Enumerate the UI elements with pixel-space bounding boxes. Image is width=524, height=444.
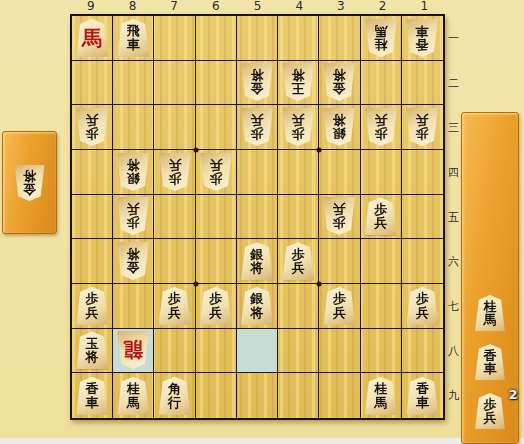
piece-kanji: 香 (416, 382, 429, 396)
piece-kanji: 銀 (333, 127, 346, 141)
shogi-piece[interactable]: 歩兵 (158, 287, 191, 325)
piece-kanji: 歩 (209, 292, 222, 306)
shogi-piece[interactable]: 歩兵 (406, 287, 439, 325)
board-square[interactable]: 歩兵 (113, 195, 154, 240)
piece-kanji: 金 (250, 82, 263, 96)
board-square[interactable]: 銀将 (237, 239, 278, 284)
board-square[interactable]: 金将 (319, 61, 360, 106)
piece-kanji: 将 (127, 248, 140, 262)
piece-kanji: 兵 (250, 114, 263, 128)
board-square[interactable] (196, 195, 237, 240)
shogi-piece[interactable]: 歩兵 (475, 393, 506, 429)
board-square[interactable] (278, 16, 319, 61)
gote-captured-tray: 金将 (2, 131, 57, 234)
file-label: 3 (320, 0, 362, 14)
board-square[interactable] (154, 16, 195, 61)
piece-kanji: 歩 (292, 248, 305, 262)
board-square[interactable]: 龍 (113, 329, 154, 374)
piece-kanji: 兵 (374, 114, 387, 128)
board-square[interactable] (278, 329, 319, 374)
piece-kanji: 歩 (333, 216, 346, 230)
board-square[interactable] (154, 195, 195, 240)
shogi-piece[interactable]: 金将 (323, 63, 356, 101)
shogi-piece[interactable]: 銀将 (323, 108, 356, 146)
board-square[interactable] (402, 150, 443, 195)
board-square[interactable] (402, 61, 443, 106)
board-square[interactable] (72, 239, 113, 284)
board-square[interactable]: 歩兵 (196, 150, 237, 195)
piece-kanji: 金 (23, 183, 36, 197)
board-square[interactable] (154, 105, 195, 150)
board-square[interactable] (278, 284, 319, 329)
shogi-piece[interactable]: 歩兵 (199, 153, 232, 191)
board-square[interactable] (402, 239, 443, 284)
piece-kanji: 兵 (168, 158, 181, 172)
piece-kanji: 兵 (209, 158, 222, 172)
captured-piece-slot[interactable]: 金将 (14, 165, 45, 201)
file-label: 2 (362, 0, 404, 14)
piece-kanji: 歩 (416, 292, 429, 306)
piece-kanji: 兵 (416, 114, 429, 128)
board-square[interactable] (72, 150, 113, 195)
rank-label: 一 (445, 16, 462, 61)
board-square[interactable] (361, 61, 402, 106)
board-square[interactable] (361, 239, 402, 284)
file-labels: 987654321 (70, 0, 445, 14)
rank-label: 二 (445, 61, 462, 106)
file-label: 7 (153, 0, 195, 14)
board-square[interactable] (72, 195, 113, 240)
board-square[interactable] (361, 150, 402, 195)
board-square[interactable] (402, 329, 443, 374)
piece-kanji: 馬 (484, 313, 497, 327)
board-square[interactable]: 歩兵 (278, 239, 319, 284)
shogi-piece[interactable]: 香車 (475, 344, 506, 380)
sente-captured-tray: 桂馬香車歩兵2 (461, 112, 519, 444)
board-square[interactable] (113, 105, 154, 150)
piece-kanji: 兵 (86, 306, 99, 320)
board-square[interactable]: 香車 (72, 373, 113, 418)
piece-kanji: 飛 (127, 24, 140, 38)
shogi-piece[interactable]: 金将 (240, 63, 273, 101)
piece-kanji: 桂 (374, 38, 387, 52)
board-square[interactable]: 馬 (72, 16, 113, 61)
board-square[interactable] (196, 16, 237, 61)
shogi-piece[interactable]: 歩兵 (76, 287, 109, 325)
piece-kanji: 車 (484, 362, 497, 376)
piece-kanji: 将 (333, 114, 346, 128)
shogi-piece[interactable]: 歩兵 (364, 197, 397, 235)
shogi-piece[interactable]: 馬 (76, 19, 109, 57)
file-label: 4 (278, 0, 320, 14)
shogi-piece[interactable]: 銀将 (117, 153, 150, 191)
piece-kanji: 将 (23, 169, 36, 183)
board-square[interactable] (278, 373, 319, 418)
board-square[interactable]: 歩兵 (72, 105, 113, 150)
file-label: 5 (237, 0, 279, 14)
board-square[interactable]: 桂馬 (361, 373, 402, 418)
board-square[interactable]: 歩兵 (319, 195, 360, 240)
shogi-piece[interactable]: 銀将 (240, 242, 273, 280)
board-square[interactable]: 歩兵 (196, 284, 237, 329)
piece-kanji: 兵 (86, 114, 99, 128)
shogi-piece[interactable]: 桂馬 (364, 19, 397, 57)
piece-kanji: 王 (292, 82, 305, 96)
shogi-piece[interactable]: 歩兵 (323, 197, 356, 235)
piece-kanji: 将 (292, 69, 305, 83)
star-point (317, 147, 322, 152)
piece-kanji: 銀 (127, 172, 140, 186)
shogi-piece[interactable]: 歩兵 (406, 108, 439, 146)
piece-kanji: 馬 (374, 24, 387, 38)
board-square[interactable] (237, 195, 278, 240)
board-square[interactable] (319, 16, 360, 61)
board-square[interactable]: 飛車 (113, 16, 154, 61)
piece-kanji: 行 (168, 396, 181, 410)
shogi-piece[interactable]: 角行 (158, 377, 191, 415)
board-square[interactable] (237, 16, 278, 61)
captured-count-badge: 2 (508, 387, 517, 402)
piece-kanji: 兵 (484, 411, 497, 425)
piece-kanji: 銀 (250, 248, 263, 262)
piece-kanji: 兵 (292, 261, 305, 275)
piece-kanji: 兵 (374, 216, 387, 230)
shogi-piece[interactable]: 金将 (117, 242, 150, 280)
star-point (193, 282, 198, 287)
shogi-piece[interactable]: 桂馬 (364, 377, 397, 415)
shogi-piece[interactable]: 歩兵 (282, 242, 315, 280)
piece-kanji: 将 (127, 158, 140, 172)
board-square[interactable] (154, 61, 195, 106)
piece-kanji: 馬 (82, 27, 102, 49)
piece-kanji: 兵 (292, 114, 305, 128)
board-square[interactable]: 銀将 (237, 284, 278, 329)
piece-kanji: 車 (416, 24, 429, 38)
piece-kanji: 金 (333, 82, 346, 96)
board-square[interactable] (361, 284, 402, 329)
star-point (317, 282, 322, 287)
shogi-piece[interactable]: 歩兵 (323, 287, 356, 325)
board-square[interactable]: 王将 (278, 61, 319, 106)
piece-kanji: 歩 (209, 172, 222, 186)
shogi-piece[interactable]: 龍 (117, 331, 150, 369)
rank-label: 九 (445, 373, 462, 418)
board-square[interactable]: 歩兵 (361, 195, 402, 240)
shogi-piece[interactable]: 歩兵 (364, 108, 397, 146)
piece-kanji: 香 (86, 382, 99, 396)
board-square[interactable]: 桂馬 (361, 16, 402, 61)
rank-label: 四 (445, 150, 462, 195)
board-square[interactable] (319, 150, 360, 195)
board-square[interactable] (319, 239, 360, 284)
board-square[interactable] (278, 150, 319, 195)
piece-kanji: 歩 (484, 398, 497, 412)
board-square[interactable]: 歩兵 (319, 284, 360, 329)
piece-kanji: 香 (484, 349, 497, 363)
board-square[interactable]: 金将 (113, 239, 154, 284)
shogi-piece[interactable]: 香車 (406, 19, 439, 57)
board-square[interactable]: 歩兵 (154, 150, 195, 195)
piece-kanji: 桂 (374, 382, 387, 396)
shogi-piece[interactable]: 香車 (76, 377, 109, 415)
board-square[interactable] (196, 329, 237, 374)
piece-kanji: 将 (250, 261, 263, 275)
shogi-piece[interactable]: 香車 (406, 377, 439, 415)
piece-kanji: 歩 (168, 172, 181, 186)
piece-kanji: 香 (416, 38, 429, 52)
piece-kanji: 玉 (86, 337, 99, 351)
shogi-piece[interactable]: 銀将 (240, 287, 273, 325)
piece-kanji: 車 (416, 396, 429, 410)
shogi-piece[interactable]: 王将 (282, 63, 315, 101)
board-square[interactable] (237, 373, 278, 418)
board-square[interactable] (319, 373, 360, 418)
star-point (193, 147, 198, 152)
piece-kanji: 龍 (123, 339, 143, 361)
board-square[interactable] (196, 105, 237, 150)
piece-kanji: 将 (250, 69, 263, 83)
board-square[interactable]: 歩兵 (278, 105, 319, 150)
piece-kanji: 歩 (333, 292, 346, 306)
board-square[interactable]: 玉将 (72, 329, 113, 374)
rank-labels: 一二三四五六七八九 (445, 16, 462, 418)
board-square[interactable]: 銀将 (113, 150, 154, 195)
board-square[interactable]: 金将 (237, 61, 278, 106)
piece-kanji: 歩 (374, 203, 387, 217)
piece-kanji: 歩 (127, 216, 140, 230)
rank-label: 八 (445, 329, 462, 374)
board-square[interactable] (154, 329, 195, 374)
piece-kanji: 歩 (168, 292, 181, 306)
piece-kanji: 車 (127, 38, 140, 52)
board-square[interactable] (196, 61, 237, 106)
board-square[interactable] (237, 329, 278, 374)
piece-kanji: 銀 (250, 292, 263, 306)
shogi-piece[interactable]: 玉将 (76, 331, 109, 369)
board-square[interactable]: 香車 (402, 373, 443, 418)
piece-kanji: 歩 (250, 127, 263, 141)
board-square[interactable]: 歩兵 (72, 284, 113, 329)
shogi-piece[interactable]: 歩兵 (282, 108, 315, 146)
board-square[interactable] (154, 239, 195, 284)
shogi-piece[interactable]: 歩兵 (199, 287, 232, 325)
file-label: 8 (112, 0, 154, 14)
rank-label: 六 (445, 239, 462, 284)
shogi-piece[interactable]: 歩兵 (76, 108, 109, 146)
board-square[interactable] (72, 61, 113, 106)
captured-piece-slot[interactable]: 桂馬 (475, 295, 506, 331)
piece-kanji: 車 (86, 396, 99, 410)
shogi-piece[interactable]: 歩兵 (240, 108, 273, 146)
captured-piece-slot[interactable]: 歩兵2 (475, 393, 506, 429)
board-square[interactable] (196, 373, 237, 418)
piece-kanji: 歩 (86, 127, 99, 141)
rank-label: 七 (445, 284, 462, 329)
board-square[interactable] (113, 284, 154, 329)
piece-kanji: 兵 (168, 306, 181, 320)
board-square[interactable]: 歩兵 (154, 284, 195, 329)
board-square[interactable] (237, 150, 278, 195)
shogi-board: 馬飛車桂馬香車金将王将金将歩兵歩兵歩兵銀将歩兵歩兵銀将歩兵歩兵歩兵歩兵歩兵金将銀… (70, 14, 445, 420)
board-square[interactable]: 歩兵 (361, 105, 402, 150)
board-square[interactable] (402, 195, 443, 240)
shogi-piece[interactable]: 歩兵 (158, 153, 191, 191)
piece-kanji: 桂 (127, 382, 140, 396)
piece-kanji: 歩 (374, 127, 387, 141)
board-square[interactable] (361, 329, 402, 374)
shogi-piece[interactable]: 飛車 (117, 19, 150, 57)
captured-piece-slot[interactable]: 香車 (475, 344, 506, 380)
piece-kanji: 兵 (127, 203, 140, 217)
piece-kanji: 兵 (333, 203, 346, 217)
board-grid: 馬飛車桂馬香車金将王将金将歩兵歩兵歩兵銀将歩兵歩兵銀将歩兵歩兵歩兵歩兵歩兵金将銀… (72, 16, 443, 418)
piece-kanji: 将 (86, 350, 99, 364)
piece-kanji: 兵 (333, 306, 346, 320)
file-label: 9 (70, 0, 112, 14)
piece-kanji: 将 (250, 306, 263, 320)
piece-kanji: 兵 (416, 306, 429, 320)
board-square[interactable]: 歩兵 (402, 105, 443, 150)
piece-kanji: 角 (168, 382, 181, 396)
board-square[interactable] (113, 61, 154, 106)
shogi-piece[interactable]: 桂馬 (475, 295, 506, 331)
board-square[interactable] (196, 239, 237, 284)
piece-kanji: 歩 (86, 292, 99, 306)
board-square[interactable]: 銀将 (319, 105, 360, 150)
piece-kanji: 馬 (374, 396, 387, 410)
shogi-piece[interactable]: 歩兵 (117, 197, 150, 235)
piece-kanji: 馬 (127, 396, 140, 410)
board-square[interactable] (278, 195, 319, 240)
piece-kanji: 将 (333, 69, 346, 83)
board-square[interactable]: 歩兵 (402, 284, 443, 329)
piece-kanji: 兵 (209, 306, 222, 320)
board-square[interactable]: 桂馬 (113, 373, 154, 418)
board-square[interactable]: 角行 (154, 373, 195, 418)
piece-kanji: 金 (127, 261, 140, 275)
shogi-piece[interactable]: 桂馬 (117, 377, 150, 415)
file-label: 6 (195, 0, 237, 14)
rank-label: 三 (445, 105, 462, 150)
piece-kanji: 歩 (292, 127, 305, 141)
shogi-piece[interactable]: 金将 (14, 165, 45, 201)
file-label: 1 (403, 0, 445, 14)
board-square[interactable]: 香車 (402, 16, 443, 61)
board-square[interactable]: 歩兵 (237, 105, 278, 150)
piece-kanji: 桂 (484, 300, 497, 314)
rank-label: 五 (445, 195, 462, 240)
board-square[interactable] (319, 329, 360, 374)
piece-kanji: 歩 (416, 127, 429, 141)
